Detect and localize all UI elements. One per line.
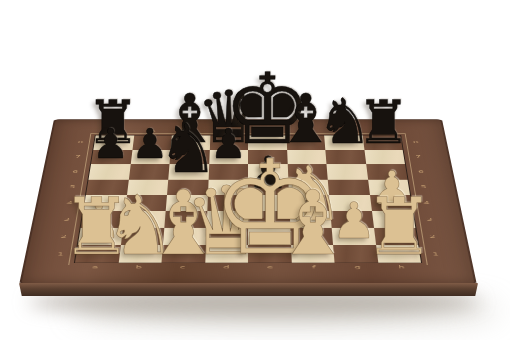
piece-white-bishop-f1[interactable]: ♝ [273,180,352,269]
piece-white-rook-h1[interactable]: ♜ [364,188,435,267]
chessboard-photo: aabbccddeeffgghh1122334455667788 ♜♞♝♛♚♝♜… [0,0,510,340]
piece-black-pawn-a7[interactable]: ♟ [92,123,129,164]
piece-black-rook-h8[interactable]: ♜ [356,93,410,153]
pieces-layer: ♜♞♝♛♚♝♜♟♟♞♟♟♞♟♟♟♜♝♛♚♝♞♜ [0,0,510,340]
